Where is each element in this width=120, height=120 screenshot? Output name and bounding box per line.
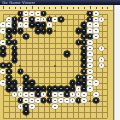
side-panel [114,5,120,120]
window-content [0,5,120,120]
ruler-tick [20,7,21,9]
white-stone [23,98,29,104]
white-stone [0,80,6,86]
white-stone [6,22,12,28]
white-stone [87,75,93,81]
white-stone [52,98,58,104]
white-stone [35,17,41,23]
white-stone [41,92,47,98]
white-stone [87,51,93,57]
star-point [54,65,56,67]
black-stone [29,22,35,28]
black-stone [81,80,87,86]
black-stone [0,51,6,57]
white-stone [99,17,105,23]
black-stone [41,22,47,28]
white-stone [0,40,6,46]
white-stone [41,17,47,23]
white-stone [29,98,35,104]
black-stone [6,40,12,46]
black-stone [81,22,87,28]
black-stone [12,80,18,86]
ruler-tick [49,7,50,9]
black-stone [12,46,18,52]
white-stone [87,28,93,34]
white-stone [18,86,24,92]
white-stone [76,86,82,92]
ruler-tick [107,7,108,9]
black-stone [47,86,53,92]
black-stone [6,28,12,34]
black-stone [81,34,87,40]
black-stone [70,80,76,86]
white-stone [64,98,70,104]
ruler-tick [84,7,85,9]
ruler-tick [55,7,56,9]
black-stone [70,86,76,92]
white-stone [87,40,93,46]
ruler-tick [9,7,10,9]
black-stone [76,40,82,46]
black-stone [87,17,93,23]
white-stone [23,17,29,23]
ruler-tick [38,7,39,9]
white-stone [35,11,41,16]
black-stone [6,75,12,81]
black-stone [81,46,87,52]
black-stone [81,75,87,81]
white-stone [29,92,35,98]
black-stone [64,51,70,57]
black-stone [6,34,12,40]
black-stone [41,28,47,34]
black-stone [18,28,24,34]
black-stone [47,92,53,98]
black-stone [76,75,82,81]
white-stone [87,86,93,92]
white-stone [87,63,93,69]
black-stone [81,51,87,57]
ruler-tick [44,7,45,9]
white-stone [18,92,24,98]
ruler-tick [15,7,16,9]
black-stone [23,86,29,92]
black-stone [35,22,41,28]
black-stone [35,92,41,98]
white-stone [87,22,93,28]
ruler-tick [73,7,74,9]
white-stone [70,92,76,98]
white-stone [87,69,93,75]
ruler-tick [90,6,91,9]
white-stone [23,22,29,28]
black-stone [29,17,35,23]
white-stone [81,98,87,104]
black-stone [12,22,18,28]
black-stone [81,63,87,69]
black-stone [41,11,47,16]
black-stone [87,34,93,40]
white-stone [87,57,93,63]
black-stone [23,75,29,81]
white-stone [0,28,6,34]
black-stone [29,86,35,92]
black-stone [6,63,12,69]
black-stone [29,80,35,86]
black-stone [81,69,87,75]
black-stone [81,57,87,63]
black-stone [12,40,18,46]
white-stone [99,63,105,69]
star-point [89,100,91,102]
black-stone [12,51,18,57]
black-stone [93,98,99,104]
white-stone [99,46,105,52]
white-stone [6,17,12,23]
white-stone [35,98,41,104]
black-stone [35,28,41,34]
black-stone [12,57,18,63]
ruler-tick [78,7,79,9]
black-stone [23,104,29,110]
white-stone [70,98,76,104]
ruler-tick [26,7,27,9]
white-stone [93,11,99,16]
ruler-tick [61,6,62,9]
white-stone [23,92,29,98]
white-stone [47,22,53,28]
white-stone [52,104,58,110]
white-stone [23,11,29,16]
black-stone [87,11,93,16]
white-stone [12,92,18,98]
black-stone [64,86,70,92]
black-stone [41,98,47,104]
black-stone [76,28,82,34]
app-window: Go Game Viewer [0,0,120,120]
white-stone [93,80,99,86]
white-stone [81,92,87,98]
black-stone [47,98,53,104]
ruler-tick [32,6,33,9]
black-stone [35,86,41,92]
white-stone [87,46,93,52]
white-stone [93,22,99,28]
white-stone [18,22,24,28]
black-stone [12,28,18,34]
black-stone [41,86,47,92]
black-stone [18,11,24,16]
black-stone [6,69,12,75]
ruler-tick [102,7,103,9]
ruler-tick [3,6,4,9]
white-stone [0,69,6,75]
black-stone [81,86,87,92]
black-stone [58,86,64,92]
black-stone [18,17,24,23]
white-stone [52,92,58,98]
black-stone [18,98,24,104]
black-stone [23,109,29,115]
white-stone [93,17,99,23]
white-stone [93,28,99,34]
black-stone [0,63,6,69]
black-stone [81,40,87,46]
white-stone [93,92,99,98]
white-stone [58,92,64,98]
white-stone [58,98,64,104]
black-stone [64,92,70,98]
black-stone [12,17,18,23]
white-stone [99,57,105,63]
black-stone [47,17,53,23]
go-board[interactable] [0,5,114,120]
black-stone [23,80,29,86]
star-point [54,30,56,32]
black-stone [76,80,82,86]
ruler-tick [67,7,68,9]
black-stone [18,69,24,75]
white-stone [93,34,99,40]
white-stone [52,17,58,23]
white-stone [18,104,24,110]
black-stone [81,28,87,34]
ruler-tick [96,7,97,9]
black-stone [0,46,6,52]
black-stone [47,28,53,34]
black-stone [6,86,12,92]
white-stone [87,80,93,86]
white-stone [76,92,82,98]
black-stone [58,17,64,23]
black-stone [12,86,18,92]
board-grid[interactable] [0,11,113,120]
black-stone [76,98,82,104]
white-stone [29,11,35,16]
black-stone [52,86,58,92]
black-stone [23,34,29,40]
white-stone [0,22,6,28]
black-stone [6,80,12,86]
white-stone [29,104,35,110]
